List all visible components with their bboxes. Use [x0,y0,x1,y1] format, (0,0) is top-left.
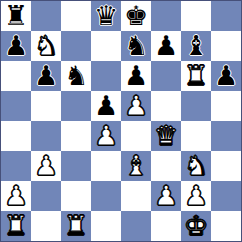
white-pawn-g2[interactable]: ♟ [184,181,208,211]
white-knight-g3[interactable]: ♞ [184,151,208,181]
square-c6[interactable]: ♞ [61,61,91,91]
square-b4[interactable] [31,121,61,151]
square-g6[interactable]: ♜ [181,61,211,91]
square-e6[interactable]: ♟ [121,61,151,91]
square-h1[interactable] [211,211,241,241]
square-e2[interactable] [121,181,151,211]
square-d1[interactable] [91,211,121,241]
black-pawn-a7[interactable]: ♟ [4,31,28,61]
square-h6[interactable]: ♟ [211,61,241,91]
white-bishop-e3[interactable]: ♝ [124,151,148,181]
square-g7[interactable]: ♝ [181,31,211,61]
square-e7[interactable]: ♞ [121,31,151,61]
square-b2[interactable] [31,181,61,211]
chess-board: ♜♛♚♟♞♞♟♝♟♞♟♜♟♟♟♟♛♟♝♞♟♟♟♜♜♚ [0,0,242,242]
black-rook-a8[interactable]: ♜ [4,1,28,31]
square-d4[interactable]: ♟ [91,121,121,151]
square-a4[interactable] [1,121,31,151]
square-h5[interactable] [211,91,241,121]
white-queen-f4[interactable]: ♛ [154,121,178,151]
square-f8[interactable] [151,1,181,31]
square-f2[interactable]: ♟ [151,181,181,211]
square-b5[interactable] [31,91,61,121]
square-g1[interactable]: ♚ [181,211,211,241]
square-d8[interactable]: ♛ [91,1,121,31]
square-d2[interactable] [91,181,121,211]
black-pawn-d5[interactable]: ♟ [94,91,118,121]
black-knight-e7[interactable]: ♞ [124,31,148,61]
white-pawn-f2[interactable]: ♟ [154,181,178,211]
white-rook-c1[interactable]: ♜ [64,211,88,241]
square-f6[interactable] [151,61,181,91]
square-a8[interactable]: ♜ [1,1,31,31]
square-e5[interactable]: ♟ [121,91,151,121]
square-d3[interactable] [91,151,121,181]
black-queen-d8[interactable]: ♛ [94,1,118,31]
square-b1[interactable] [31,211,61,241]
square-h3[interactable] [211,151,241,181]
square-c1[interactable]: ♜ [61,211,91,241]
black-pawn-b6[interactable]: ♟ [34,61,58,91]
square-c8[interactable] [61,1,91,31]
square-h7[interactable] [211,31,241,61]
white-rook-g6[interactable]: ♜ [184,61,208,91]
black-pawn-h6[interactable]: ♟ [214,61,238,91]
square-g4[interactable] [181,121,211,151]
square-e4[interactable] [121,121,151,151]
square-f7[interactable]: ♟ [151,31,181,61]
white-pawn-b3[interactable]: ♟ [34,151,58,181]
square-e8[interactable]: ♚ [121,1,151,31]
black-knight-c6[interactable]: ♞ [64,61,88,91]
square-g3[interactable]: ♞ [181,151,211,181]
square-c5[interactable] [61,91,91,121]
square-f3[interactable] [151,151,181,181]
square-g8[interactable] [181,1,211,31]
square-f1[interactable] [151,211,181,241]
square-b3[interactable]: ♟ [31,151,61,181]
black-pawn-e6[interactable]: ♟ [124,61,148,91]
square-h2[interactable] [211,181,241,211]
black-pawn-f7[interactable]: ♟ [154,31,178,61]
square-e3[interactable]: ♝ [121,151,151,181]
square-f4[interactable]: ♛ [151,121,181,151]
square-a6[interactable] [1,61,31,91]
square-e1[interactable] [121,211,151,241]
square-c4[interactable] [61,121,91,151]
square-c3[interactable] [61,151,91,181]
square-d7[interactable] [91,31,121,61]
square-a1[interactable]: ♜ [1,211,31,241]
square-f5[interactable] [151,91,181,121]
white-king-g1[interactable]: ♚ [184,211,208,241]
white-pawn-a2[interactable]: ♟ [4,181,28,211]
square-h8[interactable] [211,1,241,31]
square-b8[interactable] [31,1,61,31]
square-a2[interactable]: ♟ [1,181,31,211]
white-rook-a1[interactable]: ♜ [4,211,28,241]
square-c2[interactable] [61,181,91,211]
square-a3[interactable] [1,151,31,181]
square-a5[interactable] [1,91,31,121]
square-g2[interactable]: ♟ [181,181,211,211]
square-h4[interactable] [211,121,241,151]
square-a7[interactable]: ♟ [1,31,31,61]
white-knight-b7[interactable]: ♞ [34,31,58,61]
square-b7[interactable]: ♞ [31,31,61,61]
square-b6[interactable]: ♟ [31,61,61,91]
square-g5[interactable] [181,91,211,121]
black-bishop-g7[interactable]: ♝ [184,31,208,61]
white-pawn-e5[interactable]: ♟ [124,91,148,121]
square-d5[interactable]: ♟ [91,91,121,121]
square-c7[interactable] [61,31,91,61]
square-d6[interactable] [91,61,121,91]
white-pawn-d4[interactable]: ♟ [94,121,118,151]
black-king-e8[interactable]: ♚ [124,1,148,31]
